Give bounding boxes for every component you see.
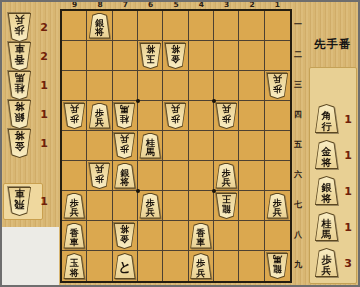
board-cell-9-5[interactable] — [62, 131, 87, 161]
piece-kanji: 歩兵 — [88, 103, 111, 129]
piece-kanji: 歩兵 — [215, 163, 238, 189]
board-cell-9-3[interactable] — [62, 71, 87, 101]
sente-hand-count-4: 3 — [340, 257, 356, 270]
piece-kanji: 歩兵 — [266, 73, 289, 99]
board-cell-5-6[interactable] — [163, 161, 188, 191]
file-label-4: 4 — [193, 0, 209, 9]
board-cell-7-5[interactable]: 歩兵 — [113, 131, 138, 161]
board-cell-6-4[interactable] — [138, 101, 163, 131]
gote-hand-piece-3[interactable]: 銀将 — [7, 100, 32, 129]
board-piece[interactable]: 銀将 — [113, 163, 136, 189]
piece-kanji: 桂馬 — [314, 212, 339, 241]
file-label-8: 8 — [92, 0, 108, 9]
board-piece[interactable]: 香車 — [63, 223, 86, 249]
piece-kanji: 歩兵 — [63, 103, 86, 129]
piece-kanji: 歩兵 — [139, 193, 162, 219]
rank-label-5: 五 — [292, 139, 304, 150]
board-piece[interactable]: 歩兵 — [215, 103, 238, 129]
piece-kanji: 銀将 — [113, 163, 136, 189]
gote-hand-count-0: 2 — [36, 21, 52, 34]
board-piece[interactable]: 龍馬 — [266, 253, 289, 279]
piece-kanji: 歩兵 — [63, 193, 86, 219]
rank-label-1: 一 — [292, 19, 304, 30]
piece-kanji: 歩兵 — [164, 103, 187, 129]
to-move-indicator: 先手番 — [314, 37, 352, 52]
board-cell-8-6[interactable]: 歩兵 — [87, 161, 112, 191]
board-cell-7-8[interactable]: 金将 — [113, 221, 138, 251]
board-cell-1-6[interactable] — [265, 161, 290, 191]
board-cell-2-1[interactable] — [239, 11, 264, 41]
board-cell-4-5[interactable] — [189, 131, 214, 161]
piece-kanji: 龍馬 — [266, 253, 289, 279]
gote-hand-piece-0[interactable]: 歩兵 — [7, 13, 32, 42]
board-cell-7-1[interactable] — [113, 11, 138, 41]
board-cell-7-4[interactable]: 桂馬 — [113, 101, 138, 131]
board-cell-9-2[interactable] — [62, 41, 87, 71]
board-cell-8-9[interactable] — [87, 251, 112, 281]
gote-hand-piece-5[interactable]: 飛車 — [7, 187, 32, 216]
rank-label-3: 三 — [292, 79, 304, 90]
board-cell-1-8[interactable] — [265, 221, 290, 251]
file-label-3: 3 — [219, 0, 235, 9]
gote-hand-count-4: 1 — [36, 137, 52, 150]
board-cell-7-3[interactable] — [113, 71, 138, 101]
board-cell-8-5[interactable] — [87, 131, 112, 161]
board-piece[interactable]: 歩兵 — [164, 103, 187, 129]
piece-kanji: 歩兵 — [266, 193, 289, 219]
board-piece[interactable]: 歩兵 — [266, 193, 289, 219]
window-background-patch — [2, 227, 59, 285]
piece-kanji: 銀将 — [7, 100, 32, 129]
file-label-5: 5 — [168, 0, 184, 9]
board-cell-3-4[interactable]: 歩兵 — [214, 101, 239, 131]
piece-kanji: 銀将 — [88, 13, 111, 39]
piece-kanji: 歩兵 — [88, 163, 111, 189]
sente-hand-count-2: 1 — [340, 185, 356, 198]
board-cell-4-7[interactable] — [189, 191, 214, 221]
piece-kanji: 香車 — [63, 223, 86, 249]
board-cell-6-1[interactable] — [138, 11, 163, 41]
board-cell-4-2[interactable] — [189, 41, 214, 71]
rank-label-4: 四 — [292, 109, 304, 120]
board-piece[interactable]: 龍王 — [215, 193, 238, 219]
board-cell-2-3[interactable] — [239, 71, 264, 101]
sente-hand-piece-2[interactable]: 銀将 — [314, 176, 339, 205]
board-piece[interactable]: 玉将 — [139, 43, 162, 69]
sente-hand-piece-0[interactable]: 角行 — [314, 104, 339, 133]
board-piece[interactable]: 歩兵 — [88, 103, 111, 129]
piece-kanji: 金将 — [164, 43, 187, 69]
board-cell-4-1[interactable] — [189, 11, 214, 41]
board-cell-4-8[interactable]: 香車 — [189, 221, 214, 251]
sente-hand-piece-4[interactable]: 歩兵 — [314, 248, 339, 277]
board-piece[interactable]: 香車 — [189, 223, 212, 249]
board-cell-2-9[interactable] — [239, 251, 264, 281]
piece-kanji: 香車 — [7, 42, 32, 71]
piece-kanji: 玉将 — [63, 253, 86, 279]
piece-kanji: 歩兵 — [113, 133, 136, 159]
board-cell-9-4[interactable]: 歩兵 — [62, 101, 87, 131]
board-piece[interactable]: 金将 — [113, 223, 136, 249]
file-label-6: 6 — [143, 0, 159, 9]
board-cell-2-2[interactable] — [239, 41, 264, 71]
board-cell-8-7[interactable] — [87, 191, 112, 221]
board-cell-8-2[interactable] — [87, 41, 112, 71]
board-piece[interactable]: 歩兵 — [189, 253, 212, 279]
board-cell-5-9[interactable] — [163, 251, 188, 281]
board-cell-5-5[interactable] — [163, 131, 188, 161]
board-cell-7-7[interactable] — [113, 191, 138, 221]
piece-kanji: 金将 — [7, 129, 32, 158]
board-cell-5-4[interactable]: 歩兵 — [163, 101, 188, 131]
board-cell-4-4[interactable] — [189, 101, 214, 131]
piece-kanji: と — [113, 253, 136, 279]
board-cell-8-4[interactable]: 歩兵 — [87, 101, 112, 131]
file-label-1: 1 — [269, 0, 285, 9]
board-cell-9-9[interactable]: 玉将 — [62, 251, 87, 281]
sente-hand-count-0: 1 — [340, 113, 356, 126]
sente-hand-piece-1[interactable]: 金将 — [314, 140, 339, 169]
board-cell-1-9[interactable]: 龍馬 — [265, 251, 290, 281]
board-cell-9-7[interactable]: 歩兵 — [62, 191, 87, 221]
board-cell-2-5[interactable] — [239, 131, 264, 161]
piece-kanji: 桂馬 — [139, 133, 162, 159]
board-cell-5-2[interactable]: 金将 — [163, 41, 188, 71]
board-cell-6-3[interactable] — [138, 71, 163, 101]
piece-kanji: 角行 — [314, 104, 339, 133]
piece-kanji: 飛車 — [7, 187, 32, 216]
piece-kanji: 玉将 — [139, 43, 162, 69]
board-cell-6-6[interactable] — [138, 161, 163, 191]
board-piece[interactable]: 玉将 — [63, 253, 86, 279]
board-cell-3-7[interactable]: 龍王 — [214, 191, 239, 221]
gote-hand-count-3: 1 — [36, 108, 52, 121]
gote-hand-piece-4[interactable]: 金将 — [7, 129, 32, 158]
board-cell-3-2[interactable] — [214, 41, 239, 71]
file-label-7: 7 — [117, 0, 133, 9]
board-cell-3-6[interactable]: 歩兵 — [214, 161, 239, 191]
board-piece[interactable]: 歩兵 — [215, 163, 238, 189]
piece-kanji: 桂馬 — [113, 103, 136, 129]
board-cell-3-9[interactable] — [214, 251, 239, 281]
board-cell-1-4[interactable] — [265, 101, 290, 131]
board-cell-6-7[interactable]: 歩兵 — [138, 191, 163, 221]
board-cell-6-5[interactable]: 桂馬 — [138, 131, 163, 161]
board-piece[interactable]: 金将 — [164, 43, 187, 69]
board-cell-5-7[interactable] — [163, 191, 188, 221]
board-cell-1-2[interactable] — [265, 41, 290, 71]
rank-label-8: 八 — [292, 229, 304, 240]
piece-kanji: 金将 — [314, 140, 339, 169]
board-cell-4-3[interactable] — [189, 71, 214, 101]
board-cell-9-1[interactable] — [62, 11, 87, 41]
board-cell-8-1[interactable]: 銀将 — [87, 11, 112, 41]
board-cell-9-8[interactable]: 香車 — [62, 221, 87, 251]
board-piece[interactable]: 歩兵 — [63, 193, 86, 219]
board-cell-5-1[interactable] — [163, 11, 188, 41]
board-cell-3-1[interactable] — [214, 11, 239, 41]
piece-kanji: 香車 — [189, 223, 212, 249]
piece-kanji: 桂馬 — [7, 71, 32, 100]
sente-hand-count-1: 1 — [340, 149, 356, 162]
board-cell-7-9[interactable]: と — [113, 251, 138, 281]
board-cell-5-8[interactable] — [163, 221, 188, 251]
board-piece[interactable]: 桂馬 — [113, 103, 136, 129]
rank-label-2: 二 — [292, 49, 304, 60]
board-cell-2-7[interactable] — [239, 191, 264, 221]
board-cell-2-4[interactable] — [239, 101, 264, 131]
board-cell-4-6[interactable] — [189, 161, 214, 191]
board-piece[interactable]: 歩兵 — [266, 73, 289, 99]
board-cell-3-3[interactable] — [214, 71, 239, 101]
file-label-2: 2 — [244, 0, 260, 9]
board-cell-1-1[interactable] — [265, 11, 290, 41]
gote-hand-piece-1[interactable]: 香車 — [7, 42, 32, 71]
board-cell-6-9[interactable] — [138, 251, 163, 281]
board-cell-1-3[interactable]: 歩兵 — [265, 71, 290, 101]
board-cell-3-8[interactable] — [214, 221, 239, 251]
piece-kanji: 金将 — [113, 223, 136, 249]
rank-label-6: 六 — [292, 169, 304, 180]
gote-hand-count-5: 1 — [36, 195, 52, 208]
sente-hand-piece-3[interactable]: 桂馬 — [314, 212, 339, 241]
board-cell-6-8[interactable] — [138, 221, 163, 251]
board-cell-9-6[interactable] — [62, 161, 87, 191]
file-label-9: 9 — [67, 0, 83, 9]
board-cell-4-9[interactable]: 歩兵 — [189, 251, 214, 281]
board-cell-7-6[interactable]: 銀将 — [113, 161, 138, 191]
board-cell-8-8[interactable] — [87, 221, 112, 251]
board-cell-6-2[interactable]: 玉将 — [138, 41, 163, 71]
gote-hand-count-2: 1 — [36, 79, 52, 92]
board-cell-2-6[interactable] — [239, 161, 264, 191]
board-piece[interactable]: 歩兵 — [139, 193, 162, 219]
board-piece[interactable]: 歩兵 — [113, 133, 136, 159]
board-cell-5-3[interactable] — [163, 71, 188, 101]
gote-hand-piece-2[interactable]: 桂馬 — [7, 71, 32, 100]
board-piece[interactable]: 桂馬 — [139, 133, 162, 159]
hoshi-dot — [136, 99, 140, 103]
piece-kanji: 歩兵 — [7, 13, 32, 42]
sente-hand-count-3: 1 — [340, 221, 356, 234]
piece-kanji: 銀将 — [314, 176, 339, 205]
piece-kanji: 歩兵 — [215, 103, 238, 129]
board-cell-3-5[interactable] — [214, 131, 239, 161]
board-piece[interactable]: 歩兵 — [63, 103, 86, 129]
board-cell-1-5[interactable] — [265, 131, 290, 161]
gote-hand-count-1: 2 — [36, 50, 52, 63]
board-cell-2-8[interactable] — [239, 221, 264, 251]
rank-label-7: 七 — [292, 199, 304, 210]
board-cell-1-7[interactable]: 歩兵 — [265, 191, 290, 221]
rank-label-9: 九 — [292, 259, 304, 270]
piece-kanji: 歩兵 — [189, 253, 212, 279]
board-piece[interactable]: 銀将 — [88, 13, 111, 39]
board-cell-7-2[interactable] — [113, 41, 138, 71]
board-piece[interactable]: と — [113, 253, 136, 279]
board-cell-8-3[interactable] — [87, 71, 112, 101]
piece-kanji: 歩兵 — [314, 248, 339, 277]
board-piece[interactable]: 歩兵 — [88, 163, 111, 189]
shogi-board[interactable]: 銀将玉将金将歩兵歩兵歩兵桂馬歩兵歩兵歩兵桂馬歩兵銀将歩兵歩兵歩兵龍王歩兵香車金将… — [60, 9, 292, 283]
piece-kanji: 龍王 — [215, 193, 238, 219]
